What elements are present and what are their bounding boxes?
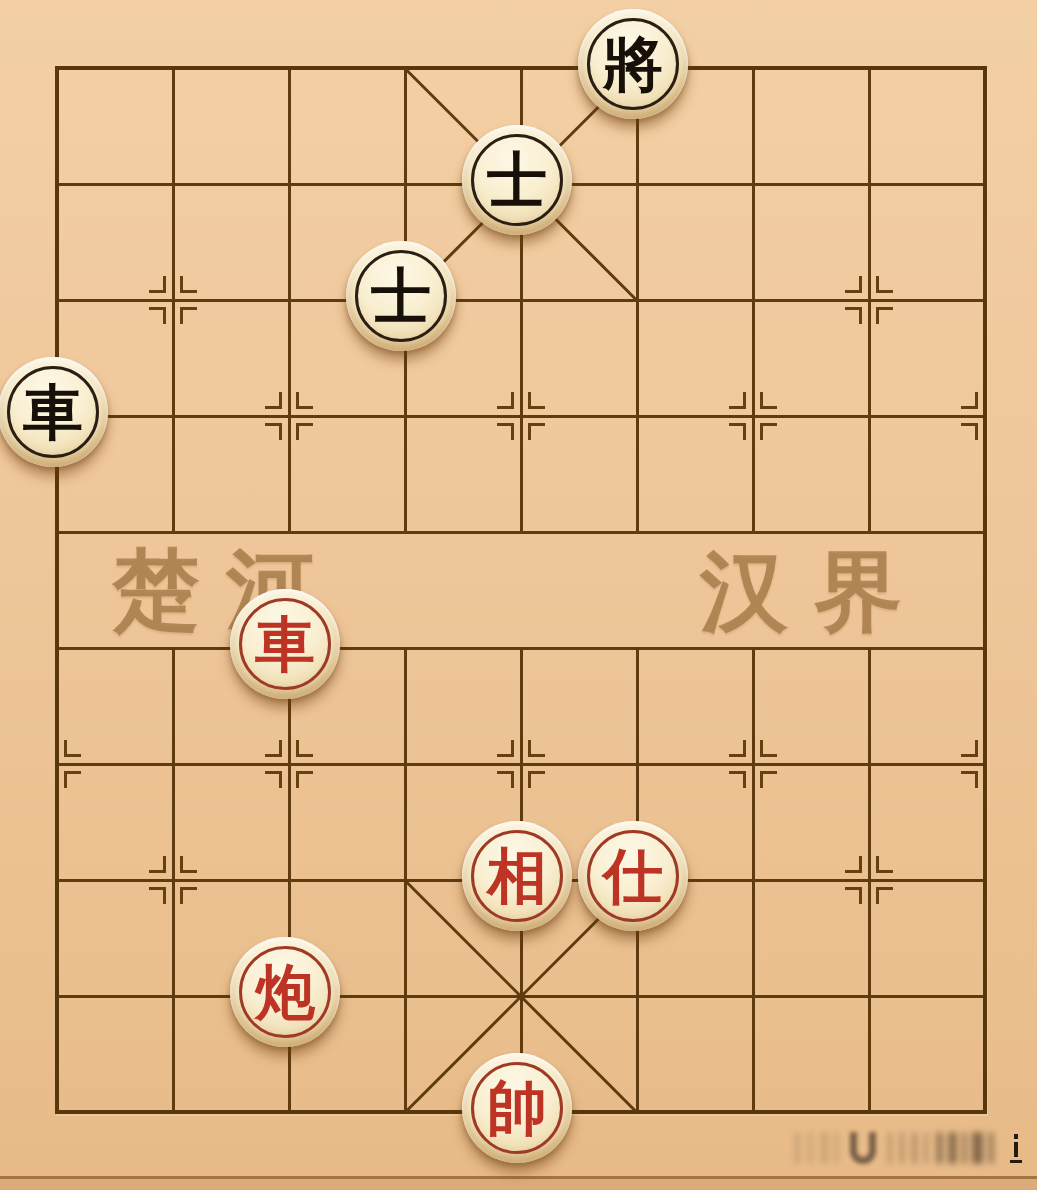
point-marker (497, 423, 514, 440)
point-marker (64, 771, 81, 788)
point-marker (729, 423, 746, 440)
piece-glyph: 炮 (255, 962, 315, 1022)
watermark-mark-dot (1014, 1134, 1018, 1139)
point-marker (149, 887, 166, 904)
point-marker (729, 771, 746, 788)
watermark-stroke (962, 1132, 967, 1164)
piece-glyph: 車 (255, 614, 315, 674)
watermark-stroke (834, 1132, 839, 1164)
piece-red-chariot[interactable]: 車 (230, 589, 340, 699)
watermark-stroke (948, 1132, 957, 1164)
watermark-stroke (888, 1132, 892, 1164)
piece-glyph: 將 (603, 34, 663, 94)
point-marker (180, 307, 197, 324)
point-marker (845, 887, 862, 904)
point-marker (149, 307, 166, 324)
point-marker (497, 392, 514, 409)
watermark-stroke (936, 1132, 943, 1164)
watermark-stroke (912, 1132, 917, 1164)
piece-glyph: 帥 (487, 1078, 547, 1138)
point-marker (149, 276, 166, 293)
point-marker (497, 740, 514, 757)
point-marker (760, 771, 777, 788)
watermark-trailing-mark (1010, 1134, 1022, 1164)
piece-glyph: 士 (371, 266, 431, 326)
watermark-stroke (900, 1132, 904, 1164)
point-marker (296, 392, 313, 409)
point-marker (265, 771, 282, 788)
watermark-mark-stem (1014, 1142, 1018, 1157)
piece-glyph: 仕 (603, 846, 663, 906)
point-marker (528, 740, 545, 757)
xiangqi-app: 楚河 汉界 將士士車車相仕炮帥 (0, 0, 1037, 1190)
point-marker (760, 392, 777, 409)
point-marker (265, 392, 282, 409)
point-marker (961, 740, 978, 757)
point-marker (876, 887, 893, 904)
piece-red-advisor[interactable]: 仕 (578, 821, 688, 931)
river-label-hanjie: 汉界 (700, 548, 928, 636)
watermark-stroke (972, 1132, 983, 1164)
point-marker (961, 771, 978, 788)
watermark-stroke (850, 1132, 876, 1164)
watermark-stroke (988, 1132, 994, 1164)
point-marker (528, 423, 545, 440)
piece-black-advisor-1[interactable]: 士 (462, 125, 572, 235)
point-marker (296, 771, 313, 788)
watermark-mark-base (1010, 1160, 1022, 1163)
xiangqi-board: 楚河 汉界 將士士車車相仕炮帥 (0, 0, 1037, 1190)
piece-red-cannon[interactable]: 炮 (230, 937, 340, 1047)
point-marker (180, 856, 197, 873)
piece-red-elephant[interactable]: 相 (462, 821, 572, 931)
point-marker (296, 423, 313, 440)
watermark-stroke (794, 1132, 801, 1164)
point-marker (760, 740, 777, 757)
piece-glyph: 士 (487, 150, 547, 210)
point-marker (845, 856, 862, 873)
point-marker (845, 307, 862, 324)
point-marker (528, 392, 545, 409)
point-marker (760, 423, 777, 440)
watermark-stroke (821, 1132, 828, 1164)
piece-red-general[interactable]: 帥 (462, 1053, 572, 1163)
point-marker (876, 307, 893, 324)
point-marker (876, 856, 893, 873)
point-marker (845, 276, 862, 293)
point-marker (961, 423, 978, 440)
piece-glyph: 車 (23, 382, 83, 442)
point-marker (149, 856, 166, 873)
point-marker (961, 392, 978, 409)
point-marker (180, 276, 197, 293)
board-bottom-edge (0, 1176, 1037, 1190)
point-marker (528, 771, 545, 788)
watermark-blur (788, 1126, 1024, 1172)
point-marker (64, 740, 81, 757)
point-marker (729, 740, 746, 757)
point-marker (876, 276, 893, 293)
watermark-stroke (808, 1132, 813, 1164)
point-marker (497, 771, 514, 788)
point-marker (265, 740, 282, 757)
point-marker (729, 392, 746, 409)
piece-black-chariot[interactable]: 車 (0, 357, 108, 467)
piece-glyph: 相 (487, 846, 547, 906)
point-marker (265, 423, 282, 440)
point-marker (180, 887, 197, 904)
point-marker (296, 740, 313, 757)
watermark-stroke (924, 1132, 928, 1164)
piece-black-general[interactable]: 將 (578, 9, 688, 119)
piece-black-advisor-2[interactable]: 士 (346, 241, 456, 351)
